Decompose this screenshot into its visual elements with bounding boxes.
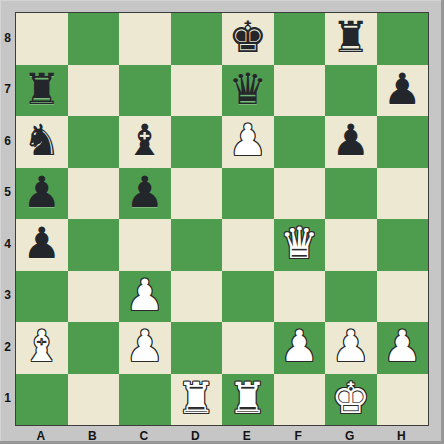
square-f1[interactable] <box>274 374 326 426</box>
black-king[interactable]: ♚ <box>228 16 267 59</box>
square-f6[interactable] <box>274 116 326 168</box>
chess-board: ♚♜♜♛♟♞♝♟♟♟♟♟♛♟♝♟♟♟♟♜♜♚ <box>15 12 429 426</box>
square-c5[interactable]: ♟ <box>119 168 171 220</box>
square-a7[interactable]: ♜ <box>16 65 68 117</box>
square-g8[interactable]: ♜ <box>325 13 377 65</box>
square-d7[interactable] <box>171 65 223 117</box>
square-d5[interactable] <box>171 168 223 220</box>
square-h7[interactable]: ♟ <box>377 65 429 117</box>
black-pawn[interactable]: ♟ <box>22 171 61 214</box>
file-label-h: H <box>376 428 428 443</box>
file-label-d: D <box>170 428 222 443</box>
white-pawn[interactable]: ♟ <box>280 325 319 368</box>
black-knight[interactable]: ♞ <box>22 119 61 162</box>
square-d6[interactable] <box>171 116 223 168</box>
rank-label-8: 8 <box>0 12 15 64</box>
rank-label-5: 5 <box>0 167 15 219</box>
chess-board-frame: 87654321 ♚♜♜♛♟♞♝♟♟♟♟♟♛♟♝♟♟♟♟♜♜♚ ABCDEFGH <box>0 0 444 444</box>
square-c3[interactable]: ♟ <box>119 271 171 323</box>
square-g3[interactable] <box>325 271 377 323</box>
black-queen[interactable]: ♛ <box>228 68 267 111</box>
square-e4[interactable] <box>222 219 274 271</box>
rank-label-2: 2 <box>0 321 15 373</box>
file-labels: ABCDEFGH <box>15 428 427 443</box>
square-a3[interactable] <box>16 271 68 323</box>
white-king[interactable]: ♚ <box>331 377 370 420</box>
square-f4[interactable]: ♛ <box>274 219 326 271</box>
square-c6[interactable]: ♝ <box>119 116 171 168</box>
black-pawn[interactable]: ♟ <box>331 119 370 162</box>
square-h2[interactable]: ♟ <box>377 322 429 374</box>
square-b6[interactable] <box>68 116 120 168</box>
square-h4[interactable] <box>377 219 429 271</box>
square-e8[interactable]: ♚ <box>222 13 274 65</box>
square-a4[interactable]: ♟ <box>16 219 68 271</box>
rank-label-6: 6 <box>0 115 15 167</box>
square-b2[interactable] <box>68 322 120 374</box>
square-e6[interactable]: ♟ <box>222 116 274 168</box>
square-b4[interactable] <box>68 219 120 271</box>
black-rook[interactable]: ♜ <box>331 16 370 59</box>
square-e1[interactable]: ♜ <box>222 374 274 426</box>
square-b7[interactable] <box>68 65 120 117</box>
square-c7[interactable] <box>119 65 171 117</box>
square-b1[interactable] <box>68 374 120 426</box>
square-a2[interactable]: ♝ <box>16 322 68 374</box>
square-e7[interactable]: ♛ <box>222 65 274 117</box>
square-d3[interactable] <box>171 271 223 323</box>
square-g2[interactable]: ♟ <box>325 322 377 374</box>
file-label-a: A <box>15 428 67 443</box>
black-pawn[interactable]: ♟ <box>22 222 61 265</box>
square-h5[interactable] <box>377 168 429 220</box>
square-h8[interactable] <box>377 13 429 65</box>
black-bishop[interactable]: ♝ <box>125 119 164 162</box>
square-a8[interactable] <box>16 13 68 65</box>
file-label-e: E <box>221 428 273 443</box>
square-c1[interactable] <box>119 374 171 426</box>
white-bishop[interactable]: ♝ <box>22 325 61 368</box>
square-b5[interactable] <box>68 168 120 220</box>
square-f2[interactable]: ♟ <box>274 322 326 374</box>
file-label-g: G <box>324 428 376 443</box>
square-b3[interactable] <box>68 271 120 323</box>
white-pawn[interactable]: ♟ <box>228 119 267 162</box>
square-g6[interactable]: ♟ <box>325 116 377 168</box>
square-f3[interactable] <box>274 271 326 323</box>
square-f5[interactable] <box>274 168 326 220</box>
file-label-f: F <box>273 428 325 443</box>
file-label-c: C <box>118 428 170 443</box>
square-g5[interactable] <box>325 168 377 220</box>
rank-label-1: 1 <box>0 373 15 425</box>
white-pawn[interactable]: ♟ <box>125 274 164 317</box>
white-rook[interactable]: ♜ <box>228 377 267 420</box>
square-d1[interactable]: ♜ <box>171 374 223 426</box>
square-f7[interactable] <box>274 65 326 117</box>
square-c8[interactable] <box>119 13 171 65</box>
rank-labels: 87654321 <box>0 12 15 424</box>
square-e5[interactable] <box>222 168 274 220</box>
square-d8[interactable] <box>171 13 223 65</box>
square-e2[interactable] <box>222 322 274 374</box>
square-a6[interactable]: ♞ <box>16 116 68 168</box>
rank-label-7: 7 <box>0 64 15 116</box>
white-pawn[interactable]: ♟ <box>331 325 370 368</box>
rank-label-4: 4 <box>0 218 15 270</box>
square-g4[interactable] <box>325 219 377 271</box>
rank-label-3: 3 <box>0 270 15 322</box>
white-pawn[interactable]: ♟ <box>125 325 164 368</box>
square-f8[interactable] <box>274 13 326 65</box>
white-queen[interactable]: ♛ <box>280 222 319 265</box>
square-g1[interactable]: ♚ <box>325 374 377 426</box>
black-pawn[interactable]: ♟ <box>383 68 422 111</box>
square-h3[interactable] <box>377 271 429 323</box>
file-label-b: B <box>67 428 119 443</box>
square-h6[interactable] <box>377 116 429 168</box>
square-e3[interactable] <box>222 271 274 323</box>
square-g7[interactable] <box>325 65 377 117</box>
square-b8[interactable] <box>68 13 120 65</box>
square-d2[interactable] <box>171 322 223 374</box>
square-a5[interactable]: ♟ <box>16 168 68 220</box>
square-h1[interactable] <box>377 374 429 426</box>
square-d4[interactable] <box>171 219 223 271</box>
white-pawn[interactable]: ♟ <box>383 325 422 368</box>
square-a1[interactable] <box>16 374 68 426</box>
black-pawn[interactable]: ♟ <box>125 171 164 214</box>
black-rook[interactable]: ♜ <box>22 68 61 111</box>
white-rook[interactable]: ♜ <box>177 377 216 420</box>
square-c4[interactable] <box>119 219 171 271</box>
square-c2[interactable]: ♟ <box>119 322 171 374</box>
